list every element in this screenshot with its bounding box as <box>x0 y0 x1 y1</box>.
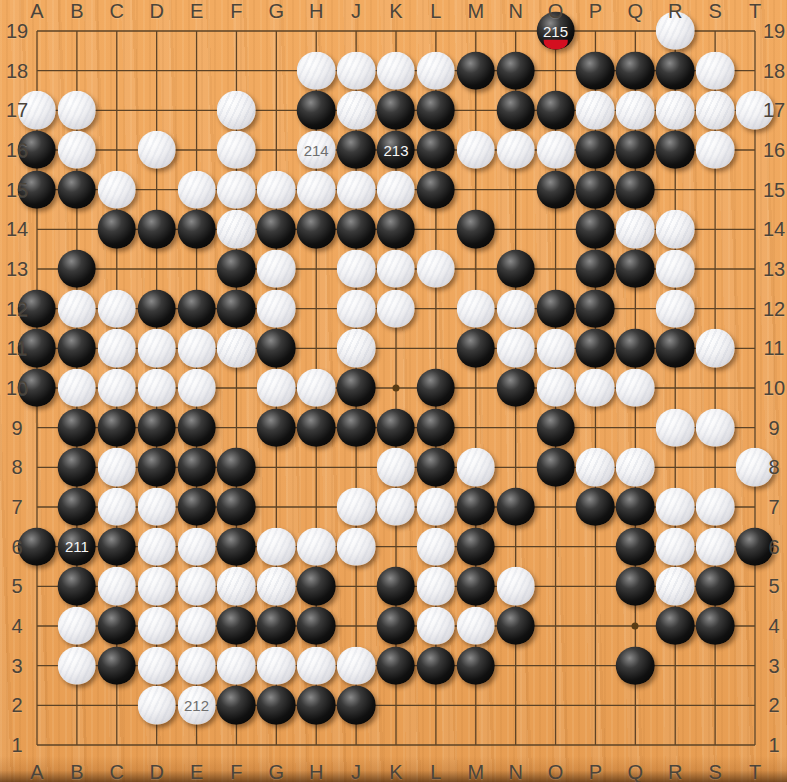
intersection-N5[interactable] <box>496 566 536 606</box>
intersection-M17[interactable] <box>456 90 496 130</box>
intersection-S5[interactable] <box>695 566 735 606</box>
intersection-K7[interactable] <box>376 487 416 527</box>
intersection-K6[interactable] <box>376 527 416 567</box>
intersection-P10[interactable] <box>575 368 615 408</box>
intersection-Q6[interactable] <box>615 527 655 567</box>
intersection-O11[interactable] <box>536 328 576 368</box>
intersection-P4[interactable] <box>575 606 615 646</box>
intersection-N8[interactable] <box>496 447 536 487</box>
intersection-H5[interactable] <box>296 566 336 606</box>
intersection-B9[interactable] <box>57 408 97 448</box>
intersection-M5[interactable] <box>456 566 496 606</box>
intersection-Q9[interactable] <box>615 408 655 448</box>
intersection-L15[interactable] <box>416 170 456 210</box>
intersection-S13[interactable] <box>695 249 735 289</box>
intersection-E18[interactable] <box>177 51 217 91</box>
intersection-H6[interactable] <box>296 527 336 567</box>
intersection-B5[interactable] <box>57 566 97 606</box>
intersection-H8[interactable] <box>296 447 336 487</box>
intersection-N12[interactable] <box>496 289 536 329</box>
intersection-C4[interactable] <box>97 606 137 646</box>
intersection-E14[interactable] <box>177 209 217 249</box>
intersection-F5[interactable] <box>216 566 256 606</box>
intersection-B15[interactable] <box>57 170 97 210</box>
intersection-C8[interactable] <box>97 447 137 487</box>
intersection-R5[interactable] <box>655 566 695 606</box>
intersection-F7[interactable] <box>216 487 256 527</box>
intersection-R7[interactable] <box>655 487 695 527</box>
intersection-C13[interactable] <box>97 249 137 289</box>
intersection-R16[interactable] <box>655 130 695 170</box>
intersection-N9[interactable] <box>496 408 536 448</box>
intersection-R12[interactable] <box>655 289 695 329</box>
intersection-Q4[interactable] <box>615 606 655 646</box>
intersection-M12[interactable] <box>456 289 496 329</box>
intersection-L9[interactable] <box>416 408 456 448</box>
intersection-B12[interactable] <box>57 289 97 329</box>
intersection-K15[interactable] <box>376 170 416 210</box>
intersection-C18[interactable] <box>97 51 137 91</box>
intersection-O17[interactable] <box>536 90 576 130</box>
intersection-D4[interactable] <box>137 606 177 646</box>
intersection-P11[interactable] <box>575 328 615 368</box>
intersection-R4[interactable] <box>655 606 695 646</box>
intersection-O1[interactable] <box>536 725 576 765</box>
intersection-O10[interactable] <box>536 368 576 408</box>
intersection-E1[interactable] <box>177 725 217 765</box>
intersection-F9[interactable] <box>216 408 256 448</box>
intersection-D18[interactable] <box>137 51 177 91</box>
intersection-P1[interactable] <box>575 725 615 765</box>
intersection-L17[interactable] <box>416 90 456 130</box>
intersection-S10[interactable] <box>695 368 735 408</box>
intersection-M1[interactable] <box>456 725 496 765</box>
intersection-J14[interactable] <box>336 209 376 249</box>
intersection-R11[interactable] <box>655 328 695 368</box>
intersection-E7[interactable] <box>177 487 217 527</box>
intersection-C3[interactable] <box>97 646 137 686</box>
intersection-P6[interactable] <box>575 527 615 567</box>
intersection-R1[interactable] <box>655 725 695 765</box>
intersection-D8[interactable] <box>137 447 177 487</box>
intersection-C12[interactable] <box>97 289 137 329</box>
intersection-E11[interactable] <box>177 328 217 368</box>
intersection-P18[interactable] <box>575 51 615 91</box>
intersection-G14[interactable] <box>256 209 296 249</box>
intersection-F16[interactable] <box>216 130 256 170</box>
intersection-D11[interactable] <box>137 328 177 368</box>
intersection-N18[interactable] <box>496 51 536 91</box>
intersection-M4[interactable] <box>456 606 496 646</box>
intersection-G8[interactable] <box>256 447 296 487</box>
intersection-A9[interactable] <box>17 408 57 448</box>
intersection-C11[interactable] <box>97 328 137 368</box>
intersection-P2[interactable] <box>575 685 615 725</box>
intersection-K10[interactable] <box>376 368 416 408</box>
intersection-Q10[interactable] <box>615 368 655 408</box>
intersection-Q15[interactable] <box>615 170 655 210</box>
intersection-G12[interactable] <box>256 289 296 329</box>
intersection-J10[interactable] <box>336 368 376 408</box>
intersection-O3[interactable] <box>536 646 576 686</box>
intersection-C7[interactable] <box>97 487 137 527</box>
intersection-E16[interactable] <box>177 130 217 170</box>
intersection-M16[interactable] <box>456 130 496 170</box>
intersection-E6[interactable] <box>177 527 217 567</box>
intersection-P3[interactable] <box>575 646 615 686</box>
intersection-M15[interactable] <box>456 170 496 210</box>
intersection-K14[interactable] <box>376 209 416 249</box>
intersection-N6[interactable] <box>496 527 536 567</box>
intersection-O12[interactable] <box>536 289 576 329</box>
intersection-K3[interactable] <box>376 646 416 686</box>
intersection-Q3[interactable] <box>615 646 655 686</box>
intersection-B16[interactable] <box>57 130 97 170</box>
intersection-R6[interactable] <box>655 527 695 567</box>
intersection-M6[interactable] <box>456 527 496 567</box>
intersection-F2[interactable] <box>216 685 256 725</box>
intersection-E4[interactable] <box>177 606 217 646</box>
intersection-C6[interactable] <box>97 527 137 567</box>
intersection-O2[interactable] <box>536 685 576 725</box>
intersection-L1[interactable] <box>416 725 456 765</box>
intersection-H17[interactable] <box>296 90 336 130</box>
intersection-O16[interactable] <box>536 130 576 170</box>
intersection-J2[interactable] <box>336 685 376 725</box>
intersection-P7[interactable] <box>575 487 615 527</box>
intersection-N2[interactable] <box>496 685 536 725</box>
intersection-J7[interactable] <box>336 487 376 527</box>
intersection-B4[interactable] <box>57 606 97 646</box>
intersection-J1[interactable] <box>336 725 376 765</box>
intersection-P17[interactable] <box>575 90 615 130</box>
intersection-G15[interactable] <box>256 170 296 210</box>
intersection-N7[interactable] <box>496 487 536 527</box>
intersection-O15[interactable] <box>536 170 576 210</box>
intersection-L6[interactable] <box>416 527 456 567</box>
intersection-L10[interactable] <box>416 368 456 408</box>
intersection-D9[interactable] <box>137 408 177 448</box>
intersection-J16[interactable] <box>336 130 376 170</box>
intersection-K8[interactable] <box>376 447 416 487</box>
intersection-J15[interactable] <box>336 170 376 210</box>
intersection-L11[interactable] <box>416 328 456 368</box>
intersection-L8[interactable] <box>416 447 456 487</box>
intersection-Q17[interactable] <box>615 90 655 130</box>
intersection-M14[interactable] <box>456 209 496 249</box>
intersection-H18[interactable] <box>296 51 336 91</box>
intersection-N4[interactable] <box>496 606 536 646</box>
intersection-E10[interactable] <box>177 368 217 408</box>
intersection-E12[interactable] <box>177 289 217 329</box>
intersection-J8[interactable] <box>336 447 376 487</box>
intersection-Q18[interactable] <box>615 51 655 91</box>
intersection-G1[interactable] <box>256 725 296 765</box>
intersection-S1[interactable] <box>695 725 735 765</box>
intersection-M18[interactable] <box>456 51 496 91</box>
intersection-Q7[interactable] <box>615 487 655 527</box>
intersection-F4[interactable] <box>216 606 256 646</box>
intersection-R10[interactable] <box>655 368 695 408</box>
intersection-B3[interactable] <box>57 646 97 686</box>
intersection-S16[interactable] <box>695 130 735 170</box>
intersection-C14[interactable] <box>97 209 137 249</box>
intersection-L5[interactable] <box>416 566 456 606</box>
intersection-R17[interactable] <box>655 90 695 130</box>
intersection-F12[interactable] <box>216 289 256 329</box>
intersection-N14[interactable] <box>496 209 536 249</box>
intersection-C5[interactable] <box>97 566 137 606</box>
intersection-B17[interactable] <box>57 90 97 130</box>
intersection-R15[interactable] <box>655 170 695 210</box>
intersection-A8[interactable] <box>17 447 57 487</box>
intersection-E8[interactable] <box>177 447 217 487</box>
intersection-F10[interactable] <box>216 368 256 408</box>
intersection-S15[interactable] <box>695 170 735 210</box>
intersection-E2[interactable]: 212 <box>177 685 217 725</box>
intersection-F18[interactable] <box>216 51 256 91</box>
intersection-P9[interactable] <box>575 408 615 448</box>
intersection-C2[interactable] <box>97 685 137 725</box>
intersection-D16[interactable] <box>137 130 177 170</box>
intersection-K16[interactable]: 213 <box>376 130 416 170</box>
intersection-J6[interactable] <box>336 527 376 567</box>
intersection-F17[interactable] <box>216 90 256 130</box>
intersection-A4[interactable] <box>17 606 57 646</box>
intersection-F3[interactable] <box>216 646 256 686</box>
intersection-H10[interactable] <box>296 368 336 408</box>
intersection-N1[interactable] <box>496 725 536 765</box>
intersection-J13[interactable] <box>336 249 376 289</box>
intersection-A6[interactable] <box>17 527 57 567</box>
intersection-J4[interactable] <box>336 606 376 646</box>
intersection-F15[interactable] <box>216 170 256 210</box>
intersection-R14[interactable] <box>655 209 695 249</box>
intersection-C9[interactable] <box>97 408 137 448</box>
intersection-M3[interactable] <box>456 646 496 686</box>
intersection-O9[interactable] <box>536 408 576 448</box>
intersection-S18[interactable] <box>695 51 735 91</box>
intersection-O18[interactable] <box>536 51 576 91</box>
intersection-O4[interactable] <box>536 606 576 646</box>
intersection-Q11[interactable] <box>615 328 655 368</box>
intersection-Q8[interactable] <box>615 447 655 487</box>
intersection-M2[interactable] <box>456 685 496 725</box>
intersection-B14[interactable] <box>57 209 97 249</box>
intersection-G10[interactable] <box>256 368 296 408</box>
intersection-O8[interactable] <box>536 447 576 487</box>
intersection-J11[interactable] <box>336 328 376 368</box>
intersection-K1[interactable] <box>376 725 416 765</box>
intersection-E13[interactable] <box>177 249 217 289</box>
intersection-G5[interactable] <box>256 566 296 606</box>
intersection-N10[interactable] <box>496 368 536 408</box>
intersection-L4[interactable] <box>416 606 456 646</box>
intersection-R9[interactable] <box>655 408 695 448</box>
intersection-A5[interactable] <box>17 566 57 606</box>
intersection-H11[interactable] <box>296 328 336 368</box>
intersection-L14[interactable] <box>416 209 456 249</box>
intersection-E3[interactable] <box>177 646 217 686</box>
intersection-L7[interactable] <box>416 487 456 527</box>
intersection-F11[interactable] <box>216 328 256 368</box>
intersection-K12[interactable] <box>376 289 416 329</box>
intersection-S2[interactable] <box>695 685 735 725</box>
intersection-S6[interactable] <box>695 527 735 567</box>
intersection-M8[interactable] <box>456 447 496 487</box>
intersection-B10[interactable] <box>57 368 97 408</box>
intersection-K18[interactable] <box>376 51 416 91</box>
intersection-K17[interactable] <box>376 90 416 130</box>
intersection-K2[interactable] <box>376 685 416 725</box>
intersection-D15[interactable] <box>137 170 177 210</box>
intersection-M9[interactable] <box>456 408 496 448</box>
intersection-D12[interactable] <box>137 289 177 329</box>
intersection-G9[interactable] <box>256 408 296 448</box>
intersection-B1[interactable] <box>57 725 97 765</box>
intersection-A1[interactable] <box>17 725 57 765</box>
intersection-D17[interactable] <box>137 90 177 130</box>
intersection-P16[interactable] <box>575 130 615 170</box>
intersection-O5[interactable] <box>536 566 576 606</box>
intersection-O14[interactable] <box>536 209 576 249</box>
intersection-O6[interactable] <box>536 527 576 567</box>
intersection-L16[interactable] <box>416 130 456 170</box>
intersection-Q16[interactable] <box>615 130 655 170</box>
intersection-C1[interactable] <box>97 725 137 765</box>
intersection-D1[interactable] <box>137 725 177 765</box>
intersection-E9[interactable] <box>177 408 217 448</box>
intersection-M10[interactable] <box>456 368 496 408</box>
intersection-P12[interactable] <box>575 289 615 329</box>
intersection-H13[interactable] <box>296 249 336 289</box>
intersection-L18[interactable] <box>416 51 456 91</box>
intersection-K4[interactable] <box>376 606 416 646</box>
intersection-J3[interactable] <box>336 646 376 686</box>
intersection-S3[interactable] <box>695 646 735 686</box>
intersection-H2[interactable] <box>296 685 336 725</box>
intersection-D14[interactable] <box>137 209 177 249</box>
intersection-D2[interactable] <box>137 685 177 725</box>
intersection-M13[interactable] <box>456 249 496 289</box>
intersection-K11[interactable] <box>376 328 416 368</box>
intersection-A3[interactable] <box>17 646 57 686</box>
intersection-H14[interactable] <box>296 209 336 249</box>
intersection-B11[interactable] <box>57 328 97 368</box>
intersection-F1[interactable] <box>216 725 256 765</box>
intersection-J17[interactable] <box>336 90 376 130</box>
intersection-B13[interactable] <box>57 249 97 289</box>
intersection-H15[interactable] <box>296 170 336 210</box>
intersection-P13[interactable] <box>575 249 615 289</box>
intersection-O7[interactable] <box>536 487 576 527</box>
intersection-O13[interactable] <box>536 249 576 289</box>
intersection-G13[interactable] <box>256 249 296 289</box>
intersection-G16[interactable] <box>256 130 296 170</box>
intersection-Q12[interactable] <box>615 289 655 329</box>
intersection-B8[interactable] <box>57 447 97 487</box>
intersection-P15[interactable] <box>575 170 615 210</box>
intersection-K5[interactable] <box>376 566 416 606</box>
intersection-G3[interactable] <box>256 646 296 686</box>
intersection-D6[interactable] <box>137 527 177 567</box>
intersection-N3[interactable] <box>496 646 536 686</box>
intersection-M11[interactable] <box>456 328 496 368</box>
intersection-H1[interactable] <box>296 725 336 765</box>
intersection-H9[interactable] <box>296 408 336 448</box>
intersection-S11[interactable] <box>695 328 735 368</box>
intersection-S17[interactable] <box>695 90 735 130</box>
intersection-N11[interactable] <box>496 328 536 368</box>
intersection-N15[interactable] <box>496 170 536 210</box>
intersection-D5[interactable] <box>137 566 177 606</box>
intersection-G11[interactable] <box>256 328 296 368</box>
intersection-S8[interactable] <box>695 447 735 487</box>
intersection-B2[interactable] <box>57 685 97 725</box>
intersection-R3[interactable] <box>655 646 695 686</box>
intersection-J18[interactable] <box>336 51 376 91</box>
intersection-A2[interactable] <box>17 685 57 725</box>
intersection-J5[interactable] <box>336 566 376 606</box>
intersection-B7[interactable] <box>57 487 97 527</box>
intersection-R8[interactable] <box>655 447 695 487</box>
intersection-K13[interactable] <box>376 249 416 289</box>
intersection-B18[interactable] <box>57 51 97 91</box>
intersection-J12[interactable] <box>336 289 376 329</box>
intersection-Q14[interactable] <box>615 209 655 249</box>
intersection-H12[interactable] <box>296 289 336 329</box>
intersection-L12[interactable] <box>416 289 456 329</box>
intersection-A7[interactable] <box>17 487 57 527</box>
intersection-F14[interactable] <box>216 209 256 249</box>
intersection-Q1[interactable] <box>615 725 655 765</box>
intersection-F8[interactable] <box>216 447 256 487</box>
intersection-P8[interactable] <box>575 447 615 487</box>
intersection-C15[interactable] <box>97 170 137 210</box>
intersection-C10[interactable] <box>97 368 137 408</box>
intersection-H3[interactable] <box>296 646 336 686</box>
intersection-L3[interactable] <box>416 646 456 686</box>
intersection-G17[interactable] <box>256 90 296 130</box>
intersection-Q5[interactable] <box>615 566 655 606</box>
intersection-M7[interactable] <box>456 487 496 527</box>
intersection-S14[interactable] <box>695 209 735 249</box>
intersection-G6[interactable] <box>256 527 296 567</box>
intersection-S7[interactable] <box>695 487 735 527</box>
intersection-G18[interactable] <box>256 51 296 91</box>
intersection-N16[interactable] <box>496 130 536 170</box>
intersection-R13[interactable] <box>655 249 695 289</box>
intersection-D10[interactable] <box>137 368 177 408</box>
intersection-G2[interactable] <box>256 685 296 725</box>
intersection-D3[interactable] <box>137 646 177 686</box>
intersection-R18[interactable] <box>655 51 695 91</box>
intersection-C16[interactable] <box>97 130 137 170</box>
intersection-D13[interactable] <box>137 249 177 289</box>
intersection-P14[interactable] <box>575 209 615 249</box>
intersection-S12[interactable] <box>695 289 735 329</box>
intersection-C17[interactable] <box>97 90 137 130</box>
intersection-H4[interactable] <box>296 606 336 646</box>
intersection-F6[interactable] <box>216 527 256 567</box>
intersection-Q13[interactable] <box>615 249 655 289</box>
intersection-S4[interactable] <box>695 606 735 646</box>
intersection-G7[interactable] <box>256 487 296 527</box>
intersection-P5[interactable] <box>575 566 615 606</box>
intersection-E17[interactable] <box>177 90 217 130</box>
intersection-F13[interactable] <box>216 249 256 289</box>
intersection-R2[interactable] <box>655 685 695 725</box>
